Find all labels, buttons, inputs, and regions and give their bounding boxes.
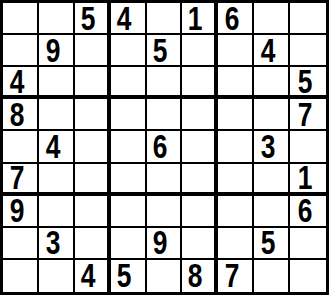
cell-r3c5[interactable] — [147, 67, 183, 99]
cell-r8c7[interactable] — [218, 228, 254, 260]
cell-r6c4[interactable] — [111, 164, 147, 196]
given-digit: 5 — [153, 35, 168, 67]
cell-r5c3[interactable] — [75, 131, 111, 163]
cell-r9c5[interactable] — [147, 260, 183, 292]
cell-r6c3[interactable] — [75, 164, 111, 196]
cell-r1c5[interactable] — [147, 3, 183, 35]
given-digit: 5 — [298, 67, 313, 98]
cell-r6c9[interactable]: 1 — [290, 164, 326, 196]
cell-r1c4[interactable]: 4 — [111, 3, 147, 35]
given-digit: 3 — [261, 131, 276, 163]
given-digit: 5 — [261, 228, 276, 260]
cell-r3c6[interactable] — [182, 67, 218, 99]
cell-r8c6[interactable] — [182, 228, 218, 260]
sudoku-board: 5416954458746371963954587 — [0, 0, 329, 295]
cell-r4c8[interactable] — [254, 99, 290, 131]
given-digit: 7 — [298, 99, 313, 131]
given-digit: 8 — [10, 99, 25, 131]
cell-r4c9[interactable]: 7 — [290, 99, 326, 131]
cell-r5c8[interactable]: 3 — [254, 131, 290, 163]
cell-r7c6[interactable] — [182, 196, 218, 228]
given-digit: 9 — [45, 35, 60, 67]
cell-r1c7[interactable]: 6 — [218, 3, 254, 35]
cell-r3c2[interactable] — [39, 67, 75, 99]
cell-r4c1[interactable]: 8 — [3, 99, 39, 131]
given-digit: 3 — [45, 228, 60, 260]
cell-r2c2[interactable]: 9 — [39, 35, 75, 67]
given-digit: 7 — [10, 164, 25, 195]
given-digit: 4 — [45, 131, 60, 163]
cell-r2c9[interactable] — [290, 35, 326, 67]
cell-r1c2[interactable] — [39, 3, 75, 35]
cell-r7c1[interactable]: 9 — [3, 196, 39, 228]
cell-r2c6[interactable] — [182, 35, 218, 67]
cell-r5c7[interactable] — [218, 131, 254, 163]
given-digit: 6 — [225, 3, 240, 35]
cell-r1c8[interactable] — [254, 3, 290, 35]
cell-r4c5[interactable] — [147, 99, 183, 131]
cell-r1c3[interactable]: 5 — [75, 3, 111, 35]
given-digit: 1 — [188, 3, 203, 35]
cell-r9c2[interactable] — [39, 260, 75, 292]
cell-r2c3[interactable] — [75, 35, 111, 67]
given-digit: 5 — [80, 3, 95, 35]
cell-r9c6[interactable]: 8 — [182, 260, 218, 292]
cell-r9c1[interactable] — [3, 260, 39, 292]
given-digit: 6 — [153, 131, 168, 163]
cell-r2c4[interactable] — [111, 35, 147, 67]
given-digit: 4 — [261, 35, 276, 67]
cell-r1c9[interactable] — [290, 3, 326, 35]
cell-r4c3[interactable] — [75, 99, 111, 131]
given-digit: 5 — [117, 260, 132, 292]
cell-r9c8[interactable] — [254, 260, 290, 292]
given-digit: 1 — [298, 164, 313, 195]
cell-r7c8[interactable] — [254, 196, 290, 228]
cell-r8c1[interactable] — [3, 228, 39, 260]
cell-r6c5[interactable] — [147, 164, 183, 196]
cell-r3c8[interactable] — [254, 67, 290, 99]
cell-r4c7[interactable] — [218, 99, 254, 131]
cell-r1c1[interactable] — [3, 3, 39, 35]
cell-r2c5[interactable]: 5 — [147, 35, 183, 67]
cell-r3c9[interactable]: 5 — [290, 67, 326, 99]
cell-r8c4[interactable] — [111, 228, 147, 260]
given-digit: 7 — [225, 260, 240, 292]
given-digit: 6 — [298, 196, 313, 228]
cell-r2c8[interactable]: 4 — [254, 35, 290, 67]
cell-r4c4[interactable] — [111, 99, 147, 131]
cell-r6c2[interactable] — [39, 164, 75, 196]
cell-r2c7[interactable] — [218, 35, 254, 67]
cell-r8c8[interactable]: 5 — [254, 228, 290, 260]
cell-r3c4[interactable] — [111, 67, 147, 99]
given-digit: 4 — [80, 260, 95, 292]
cell-r4c6[interactable] — [182, 99, 218, 131]
cell-r6c7[interactable] — [218, 164, 254, 196]
given-digit: 9 — [153, 228, 168, 260]
cell-r6c6[interactable] — [182, 164, 218, 196]
cell-r2c1[interactable] — [3, 35, 39, 67]
cell-r5c4[interactable] — [111, 131, 147, 163]
cell-r5c5[interactable]: 6 — [147, 131, 183, 163]
cell-r3c7[interactable] — [218, 67, 254, 99]
cell-r6c8[interactable] — [254, 164, 290, 196]
cell-r8c5[interactable]: 9 — [147, 228, 183, 260]
cell-r7c5[interactable] — [147, 196, 183, 228]
cell-r8c9[interactable] — [290, 228, 326, 260]
cell-r7c3[interactable] — [75, 196, 111, 228]
cell-r3c1[interactable]: 4 — [3, 67, 39, 99]
given-digit: 9 — [10, 196, 25, 228]
given-digit: 8 — [188, 260, 203, 292]
cell-r9c4[interactable]: 5 — [111, 260, 147, 292]
given-digit: 4 — [10, 67, 25, 98]
cell-r8c2[interactable]: 3 — [39, 228, 75, 260]
cell-r6c1[interactable]: 7 — [3, 164, 39, 196]
cell-r9c9[interactable] — [290, 260, 326, 292]
cell-r7c2[interactable] — [39, 196, 75, 228]
cell-r1c6[interactable]: 1 — [182, 3, 218, 35]
given-digit: 4 — [117, 3, 132, 35]
cell-r9c7[interactable]: 7 — [218, 260, 254, 292]
cell-r5c6[interactable] — [182, 131, 218, 163]
cell-r5c9[interactable] — [290, 131, 326, 163]
cell-r7c7[interactable] — [218, 196, 254, 228]
cell-r7c9[interactable]: 6 — [290, 196, 326, 228]
cell-r9c3[interactable]: 4 — [75, 260, 111, 292]
cell-r4c2[interactable] — [39, 99, 75, 131]
cell-r5c1[interactable] — [3, 131, 39, 163]
cell-r5c2[interactable]: 4 — [39, 131, 75, 163]
cell-r8c3[interactable] — [75, 228, 111, 260]
cell-r3c3[interactable] — [75, 67, 111, 99]
cell-r7c4[interactable] — [111, 196, 147, 228]
